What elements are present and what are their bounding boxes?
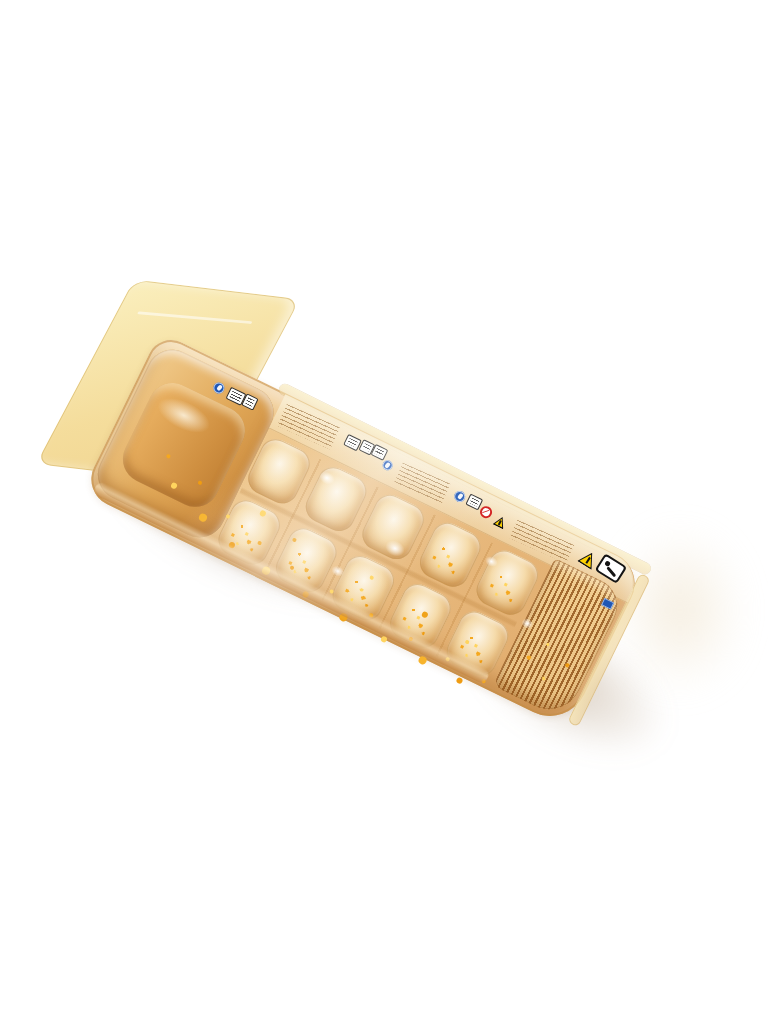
mandatory-circle-icon — [381, 459, 394, 472]
pool-air-mattress — [82, 332, 645, 729]
mandatory-circle-icon — [452, 489, 467, 504]
mattress-body — [82, 332, 645, 729]
warning-triangle-icon — [492, 514, 508, 529]
photo-caption: Studio product photo of a transparent go… — [0, 0, 1, 1]
product-photo: Studio product photo of a transparent go… — [0, 0, 768, 1024]
prohibition-circle-icon — [478, 504, 494, 520]
mandatory-circle-icon — [212, 381, 227, 396]
instruction-label-icon — [371, 444, 389, 461]
